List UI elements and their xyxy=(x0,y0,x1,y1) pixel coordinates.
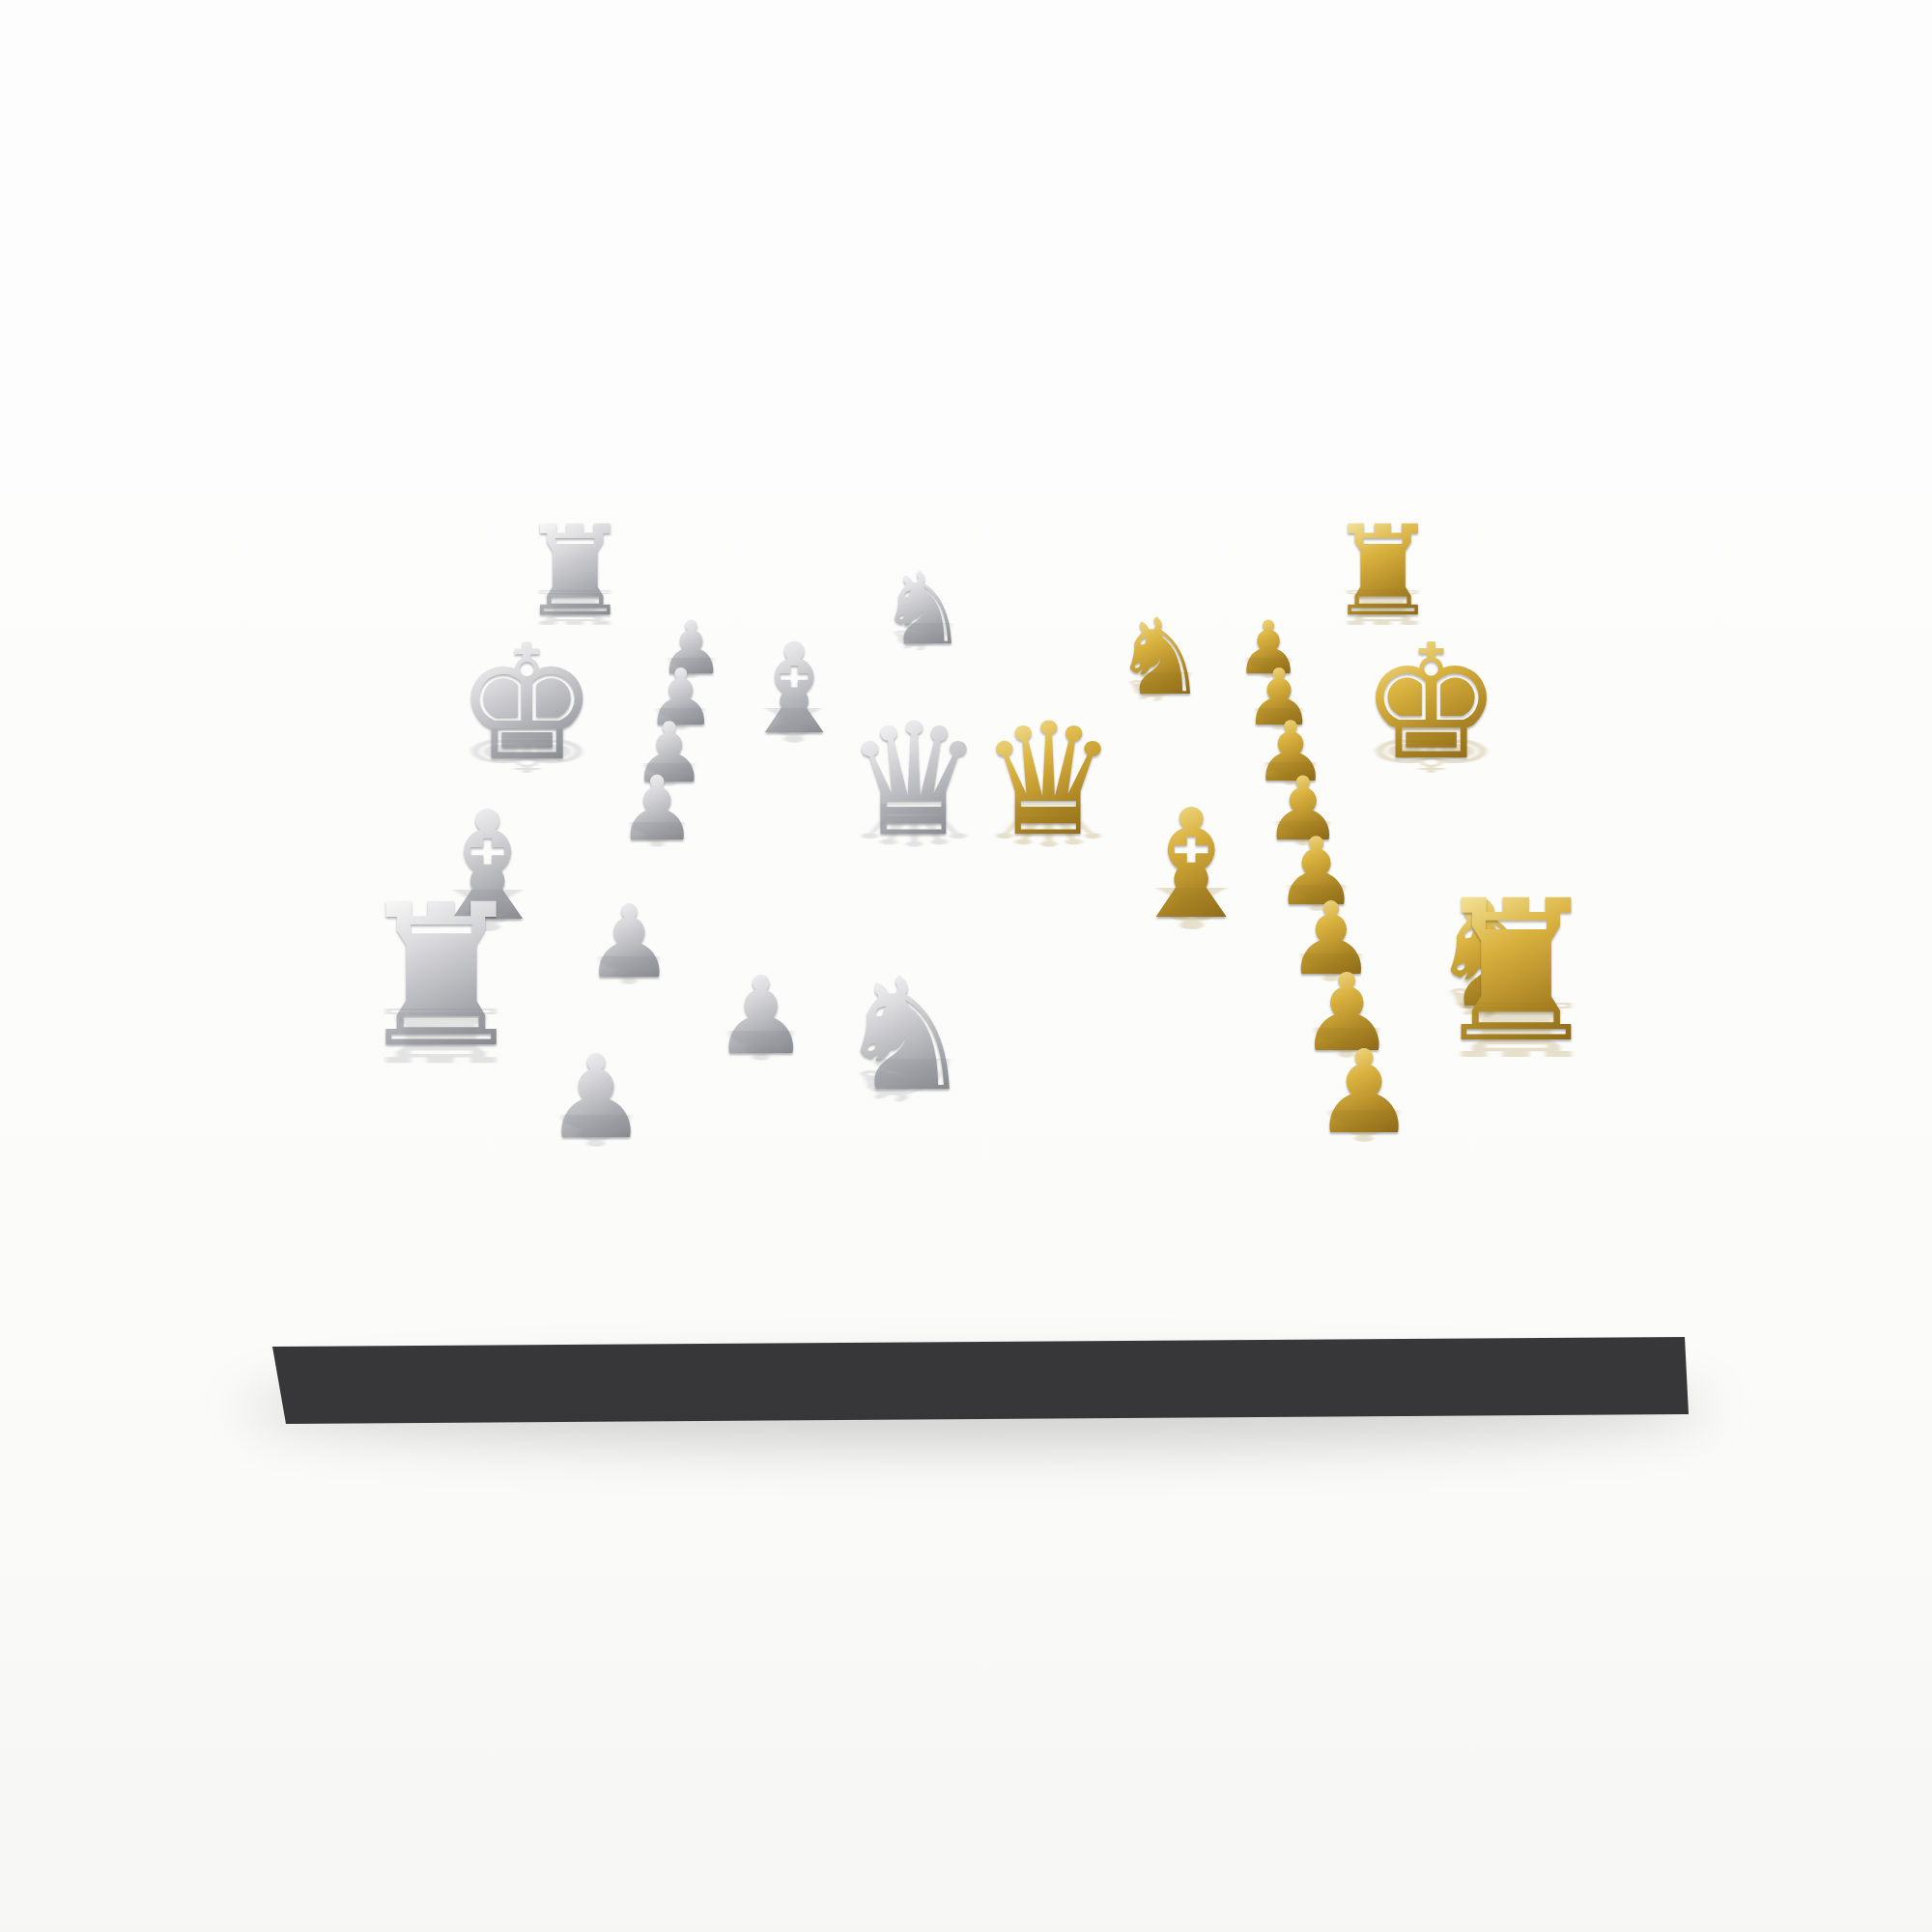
board-grid xyxy=(354,724,1608,1309)
far-rank-label-4: 4 xyxy=(982,702,1095,723)
near-rank-label-6: 6 xyxy=(664,1309,828,1350)
gold-pawn-icon: ♟ xyxy=(1298,959,1395,1066)
square-e8 xyxy=(455,900,600,967)
square-h2 xyxy=(1210,724,1332,777)
piece-black-knight-h5: ♞♞ xyxy=(878,559,967,754)
left-file-label-g: g xyxy=(412,796,540,819)
silver-bishop-icon: ♝ xyxy=(420,791,555,942)
left-file-label-e: e xyxy=(367,921,506,948)
gold-board-frame xyxy=(349,723,1613,1312)
square-f7 xyxy=(604,838,737,899)
piece-white-pawn-a2: ♟♟ xyxy=(1313,1036,1416,1262)
far-rank-label-6: 6 xyxy=(756,702,871,723)
square-e4 xyxy=(985,899,1114,966)
square-b7 xyxy=(534,1124,695,1211)
piece-reflection: ♟ xyxy=(1313,1103,1416,1147)
far-rank-label-1: 1 xyxy=(1317,702,1434,723)
piece-black-rook-a8: ♜♜ xyxy=(354,879,529,1267)
piece-white-pawn-b2: ♟♟ xyxy=(1298,959,1395,1170)
piece-black-pawn-b6: ♟♟ xyxy=(713,962,810,1173)
piece-black-pawn-a7: ♟♟ xyxy=(545,1040,648,1266)
piece-reflection: ♝ xyxy=(1123,878,1259,935)
square-e7 xyxy=(588,900,727,967)
far-rank-label-3: 3 xyxy=(1094,702,1208,723)
piece-white-knight-b1: ♞♞ xyxy=(1427,883,1556,1169)
near-rank-label-7: 7 xyxy=(502,1310,669,1351)
piece-black-pawn-g7: ♟♟ xyxy=(645,659,716,811)
piece-reflection: ♟ xyxy=(1274,879,1358,915)
left-file-label-d: d xyxy=(341,991,486,1020)
piece-white-pawn-d2: ♟♟ xyxy=(1274,825,1358,1009)
silver-knight-icon: ♞ xyxy=(878,559,967,659)
piece-reflection: ♟ xyxy=(1264,816,1343,850)
silver-pawn-icon: ♟ xyxy=(645,659,716,737)
piece-reflection: ♛ xyxy=(979,795,1118,854)
piece-white-pawn-g2: ♟♟ xyxy=(1244,659,1315,811)
square-g2 xyxy=(1219,778,1346,835)
square-b5 xyxy=(837,1122,983,1209)
piece-reflection: ♛ xyxy=(844,795,983,854)
square-a2 xyxy=(1286,1208,1452,1303)
piece-black-knight-a5: ♞♞ xyxy=(836,957,975,1264)
square-d7 xyxy=(572,969,718,1041)
piece-black-pawn-f7: ♟♟ xyxy=(632,711,706,873)
piece-white-knight-g3: ♞♞ xyxy=(1113,605,1207,811)
square-h7 xyxy=(631,724,753,777)
square-e1 xyxy=(1364,899,1506,966)
piece-reflection: ♜ xyxy=(1327,582,1439,630)
square-h3 xyxy=(1097,724,1215,777)
gold-pawn-icon: ♟ xyxy=(1264,765,1343,853)
gold-pawn-icon: ♟ xyxy=(1244,659,1315,737)
near-rank-label-2: 2 xyxy=(1298,1304,1463,1345)
pieces-layer: ♜♜♝♝♚♚♜♜♟♟♟♟♟♟♟♟♟♟♟♟♟♟♝♝♞♞♛♛♞♞♛♛♝♝♞♞♟♟♟♟… xyxy=(0,0,1932,1932)
square-g4 xyxy=(984,779,1103,836)
left-file-label-b: b xyxy=(283,1150,442,1184)
piece-black-king-e8: ♚♚ xyxy=(455,624,598,939)
square-c3 xyxy=(1123,1041,1268,1121)
piece-black-queen-d5: ♛♛ xyxy=(844,702,983,1009)
square-d1 xyxy=(1379,967,1528,1039)
piece-white-king-e1: ♚♚ xyxy=(1360,624,1502,937)
piece-black-pawn-e7: ♟♟ xyxy=(617,765,696,939)
square-e6 xyxy=(721,900,855,967)
square-d6 xyxy=(710,969,850,1041)
right-file-label-a: a xyxy=(1546,1234,1709,1271)
gold-queen-icon: ♛ xyxy=(979,702,1118,858)
gold-rook-icon: ♜ xyxy=(1429,874,1604,1069)
square-g3 xyxy=(1102,778,1225,835)
square-a3 xyxy=(1137,1209,1297,1304)
square-c6 xyxy=(698,1042,844,1122)
chess-set-photo: 87654321 87654321 hgfedcba hgfedcba ♜♜♝♝… xyxy=(0,0,1932,1932)
silver-knight-icon: ♞ xyxy=(836,957,975,1113)
square-c7 xyxy=(554,1043,706,1122)
piece-reflection: ♟ xyxy=(1298,1022,1395,1063)
square-e3 xyxy=(1112,899,1245,966)
square-a7 xyxy=(513,1212,682,1308)
piece-reflection: ♟ xyxy=(545,1108,648,1151)
square-d4 xyxy=(985,968,1120,1040)
piece-white-pawn-c2: ♟♟ xyxy=(1286,889,1376,1086)
right-file-label-g: g xyxy=(1422,795,1548,818)
piece-reflection: ♞ xyxy=(1427,969,1556,1024)
square-c8 xyxy=(409,1044,568,1123)
square-a5 xyxy=(830,1211,983,1306)
far-rank-label-8: 8 xyxy=(528,702,647,723)
right-file-label-e: e xyxy=(1457,918,1593,945)
gold-pawn-icon: ♟ xyxy=(1286,889,1376,989)
gold-pawn-icon: ♟ xyxy=(1236,611,1301,685)
far-rank-number-strip: 87654321 xyxy=(528,702,1433,723)
near-rank-label-3: 3 xyxy=(1142,1305,1304,1346)
piece-reflection: ♞ xyxy=(878,617,967,655)
piece-white-rook-h1: ♜♜ xyxy=(1327,509,1439,754)
right-file-label-d: d xyxy=(1476,987,1618,1016)
square-h1 xyxy=(1323,724,1449,777)
far-rank-label-2: 2 xyxy=(1206,702,1321,723)
piece-reflection: ♟ xyxy=(1236,653,1301,681)
silver-rook-icon: ♜ xyxy=(520,509,632,634)
square-f2 xyxy=(1229,837,1361,898)
piece-reflection: ♟ xyxy=(617,816,696,850)
piece-reflection: ♝ xyxy=(738,700,850,748)
piece-black-pawn-h7: ♟♟ xyxy=(659,611,724,754)
square-g7 xyxy=(617,779,746,836)
silver-rook-icon: ♜ xyxy=(354,879,529,1075)
square-d3 xyxy=(1118,968,1257,1040)
piece-white-rook-a1: ♜♜ xyxy=(1429,874,1604,1261)
silver-pawn-icon: ♟ xyxy=(545,1040,648,1155)
piece-white-pawn-h2: ♟♟ xyxy=(1236,611,1301,754)
square-b4 xyxy=(986,1122,1132,1208)
piece-reflection: ♚ xyxy=(1360,719,1502,779)
square-d2 xyxy=(1249,967,1393,1039)
square-e5 xyxy=(853,900,981,967)
silver-pawn-icon: ♟ xyxy=(659,611,724,685)
gold-pawn-icon: ♟ xyxy=(1313,1036,1416,1151)
square-b6 xyxy=(686,1123,839,1210)
square-g6 xyxy=(740,779,864,836)
square-c1 xyxy=(1397,1040,1553,1119)
right-file-label-b: b xyxy=(1520,1144,1676,1179)
left-file-label-f: f xyxy=(390,856,524,881)
square-f3 xyxy=(1107,837,1235,898)
square-e2 xyxy=(1238,899,1377,966)
piece-reflection: ♜ xyxy=(354,997,529,1071)
piece-reflection: ♜ xyxy=(1429,992,1604,1066)
piece-black-rook-h8: ♜♜ xyxy=(520,509,632,754)
piece-reflection: ♟ xyxy=(1244,703,1315,733)
gold-knight-icon: ♞ xyxy=(1113,605,1207,710)
board-front-edge xyxy=(0,0,1932,1932)
chess-board: 87654321 87654321 hgfedcba hgfedcba xyxy=(270,701,1683,1350)
gold-bishop-icon: ♝ xyxy=(1123,789,1259,940)
square-g8 xyxy=(495,779,627,836)
square-g5 xyxy=(863,779,981,836)
square-a6 xyxy=(671,1211,833,1307)
gold-king-icon: ♚ xyxy=(1360,624,1502,782)
piece-reflection: ♚ xyxy=(455,720,598,781)
silver-king-icon: ♚ xyxy=(455,624,598,783)
square-h5 xyxy=(867,724,981,777)
left-file-label-a: a xyxy=(249,1240,416,1279)
square-a4 xyxy=(986,1210,1140,1305)
square-g1 xyxy=(1336,778,1466,835)
piece-white-pawn-f2: ♟♟ xyxy=(1253,710,1327,872)
left-file-label-c: c xyxy=(313,1066,465,1098)
square-h4 xyxy=(984,724,1099,777)
piece-black-bishop-c8: ♝♝ xyxy=(420,791,555,1089)
gold-knight-icon: ♞ xyxy=(1427,883,1556,1028)
piece-reflection: ♟ xyxy=(584,950,674,988)
silver-pawn-icon: ♟ xyxy=(632,711,706,794)
square-a1 xyxy=(1435,1207,1608,1301)
square-b8 xyxy=(383,1124,550,1211)
square-c2 xyxy=(1260,1040,1410,1119)
piece-white-pawn-e2: ♟♟ xyxy=(1264,765,1343,937)
piece-black-bishop-f6: ♝♝ xyxy=(738,627,850,872)
square-c5 xyxy=(842,1042,982,1122)
far-rank-label-7: 7 xyxy=(642,702,759,723)
left-file-letter-strip: hgfedcba xyxy=(287,724,525,1309)
square-c4 xyxy=(985,1041,1125,1121)
piece-reflection: ♝ xyxy=(420,881,555,938)
piece-reflection: ♜ xyxy=(520,582,632,630)
silver-pawn-icon: ♟ xyxy=(617,765,696,854)
piece-reflection: ♟ xyxy=(632,758,706,790)
square-b3 xyxy=(1129,1122,1282,1207)
square-f6 xyxy=(731,837,860,898)
square-b1 xyxy=(1415,1121,1579,1207)
near-rank-number-strip: 87654321 xyxy=(340,1303,1621,1351)
square-f1 xyxy=(1350,837,1486,898)
gold-rook-icon: ♜ xyxy=(1327,509,1439,634)
silver-queen-icon: ♛ xyxy=(844,702,983,858)
near-rank-label-5: 5 xyxy=(825,1308,985,1350)
piece-reflection: ♟ xyxy=(713,1025,810,1065)
square-d8 xyxy=(433,969,584,1041)
piece-reflection: ♟ xyxy=(1286,947,1376,985)
piece-white-queen-d4: ♛♛ xyxy=(979,702,1118,1009)
square-h6 xyxy=(749,724,867,777)
gold-pawn-icon: ♟ xyxy=(1253,710,1327,793)
piece-reflection: ♞ xyxy=(836,1050,975,1109)
silver-bishop-icon: ♝ xyxy=(738,627,850,752)
right-file-letter-strip: hgfedcba xyxy=(1436,724,1672,1301)
piece-white-bishop-c3: ♝♝ xyxy=(1123,789,1259,1087)
square-h8 xyxy=(512,724,639,777)
right-file-label-c: c xyxy=(1497,1063,1645,1094)
right-file-label-h: h xyxy=(1406,740,1527,761)
near-rank-label-1: 1 xyxy=(1454,1303,1621,1344)
left-file-label-h: h xyxy=(433,740,555,761)
piece-black-pawn-c7: ♟♟ xyxy=(584,892,674,1089)
right-file-label-f: f xyxy=(1439,854,1570,878)
silver-pawn-icon: ♟ xyxy=(713,962,810,1069)
square-a8 xyxy=(354,1213,530,1309)
piece-reflection: ♟ xyxy=(1253,757,1327,789)
piece-reflection: ♞ xyxy=(1113,666,1207,705)
square-d5 xyxy=(848,968,982,1040)
board-drop-shadow xyxy=(241,1370,1710,1447)
square-f8 xyxy=(475,838,613,899)
silver-pawn-icon: ♟ xyxy=(584,892,674,992)
far-rank-label-5: 5 xyxy=(869,702,982,723)
gold-pawn-icon: ♟ xyxy=(1274,825,1358,919)
square-b2 xyxy=(1272,1121,1431,1207)
piece-reflection: ♟ xyxy=(659,653,724,681)
square-f4 xyxy=(985,837,1109,898)
piece-reflection: ♟ xyxy=(645,703,716,733)
near-rank-label-8: 8 xyxy=(340,1311,511,1352)
square-f5 xyxy=(859,837,982,898)
near-rank-label-4: 4 xyxy=(985,1307,1146,1349)
